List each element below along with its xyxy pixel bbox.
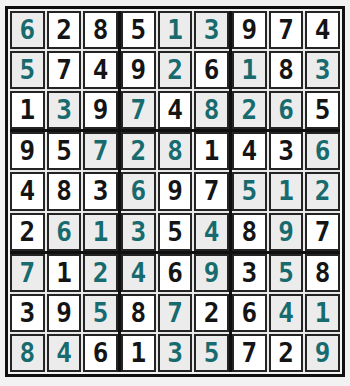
cell-r5c1-solved[interactable]: 4 [10, 172, 45, 210]
cell-r2c4-solved[interactable]: 9 [121, 51, 156, 89]
cell-r2c6-solved[interactable]: 6 [194, 51, 229, 89]
cell-r3c4-given[interactable]: 7 [121, 91, 156, 129]
cell-r9c6-given[interactable]: 5 [194, 334, 229, 372]
cell-r7c2-solved[interactable]: 1 [47, 254, 82, 292]
sudoku-grid: 6285741395139267489741832659574832612816… [10, 11, 340, 372]
cell-r6c6-given[interactable]: 4 [194, 213, 229, 251]
cell-r4c6-solved[interactable]: 1 [194, 132, 229, 170]
cell-r1c4-solved[interactable]: 5 [121, 11, 156, 49]
cell-r2c7-given[interactable]: 1 [232, 51, 267, 89]
cell-r7c8-given[interactable]: 5 [269, 254, 304, 292]
cell-r9c7-solved[interactable]: 7 [232, 334, 267, 372]
cell-r1c5-given[interactable]: 1 [158, 11, 193, 49]
cell-r3c7-given[interactable]: 2 [232, 91, 267, 129]
cell-r5c7-given[interactable]: 5 [232, 172, 267, 210]
cell-r8c3-given[interactable]: 5 [83, 294, 118, 332]
cell-r8c6-solved[interactable]: 2 [194, 294, 229, 332]
cell-r3c8-given[interactable]: 6 [269, 91, 304, 129]
cell-r5c5-solved[interactable]: 9 [158, 172, 193, 210]
sudoku-box-7: 712395846 [10, 254, 118, 372]
cell-r7c4-given[interactable]: 4 [121, 254, 156, 292]
cell-r9c9-given[interactable]: 9 [305, 334, 340, 372]
cell-r4c7-solved[interactable]: 4 [232, 132, 267, 170]
cell-r8c9-given[interactable]: 1 [305, 294, 340, 332]
cell-r5c3-solved[interactable]: 3 [83, 172, 118, 210]
cell-r4c2-solved[interactable]: 5 [47, 132, 82, 170]
cell-r8c7-solved[interactable]: 6 [232, 294, 267, 332]
cell-r6c9-solved[interactable]: 7 [305, 213, 340, 251]
cell-r5c2-solved[interactable]: 8 [47, 172, 82, 210]
cell-r7c5-solved[interactable]: 6 [158, 254, 193, 292]
cell-r3c9-solved[interactable]: 5 [305, 91, 340, 129]
sudoku-box-8: 469872135 [121, 254, 229, 372]
cell-r8c4-solved[interactable]: 8 [121, 294, 156, 332]
cell-r1c2-solved[interactable]: 2 [47, 11, 82, 49]
cell-r6c7-solved[interactable]: 8 [232, 213, 267, 251]
sudoku-box-3: 974183265 [232, 11, 340, 129]
cell-r1c1-given[interactable]: 6 [10, 11, 45, 49]
sudoku-box-6: 436512897 [232, 132, 340, 250]
cell-r7c1-given[interactable]: 7 [10, 254, 45, 292]
cell-r5c9-given[interactable]: 2 [305, 172, 340, 210]
sudoku-board: 6285741395139267489741832659574832612816… [5, 6, 345, 377]
cell-r4c9-given[interactable]: 6 [305, 132, 340, 170]
cell-r3c1-solved[interactable]: 1 [10, 91, 45, 129]
cell-r1c3-solved[interactable]: 8 [83, 11, 118, 49]
sudoku-box-1: 628574139 [10, 11, 118, 129]
cell-r7c9-solved[interactable]: 8 [305, 254, 340, 292]
sudoku-box-9: 358641729 [232, 254, 340, 372]
cell-r9c5-given[interactable]: 3 [158, 334, 193, 372]
cell-r3c3-solved[interactable]: 9 [83, 91, 118, 129]
cell-r6c4-given[interactable]: 3 [121, 213, 156, 251]
cell-r7c3-given[interactable]: 2 [83, 254, 118, 292]
cell-r4c4-given[interactable]: 2 [121, 132, 156, 170]
cell-r9c8-solved[interactable]: 2 [269, 334, 304, 372]
cell-r2c1-given[interactable]: 5 [10, 51, 45, 89]
sudoku-box-5: 281697354 [121, 132, 229, 250]
sudoku-box-2: 513926748 [121, 11, 229, 129]
cell-r9c4-solved[interactable]: 1 [121, 334, 156, 372]
cell-r2c8-solved[interactable]: 8 [269, 51, 304, 89]
cell-r8c5-given[interactable]: 7 [158, 294, 193, 332]
cell-r8c8-given[interactable]: 4 [269, 294, 304, 332]
cell-r9c2-given[interactable]: 4 [47, 334, 82, 372]
sudoku-box-4: 957483261 [10, 132, 118, 250]
cell-r7c7-solved[interactable]: 3 [232, 254, 267, 292]
cell-r4c3-given[interactable]: 7 [83, 132, 118, 170]
cell-r6c1-solved[interactable]: 2 [10, 213, 45, 251]
cell-r9c1-given[interactable]: 8 [10, 334, 45, 372]
cell-r7c6-given[interactable]: 9 [194, 254, 229, 292]
cell-r8c2-solved[interactable]: 9 [47, 294, 82, 332]
cell-r2c5-given[interactable]: 2 [158, 51, 193, 89]
cell-r6c8-given[interactable]: 9 [269, 213, 304, 251]
cell-r5c4-given[interactable]: 6 [121, 172, 156, 210]
cell-r1c7-solved[interactable]: 9 [232, 11, 267, 49]
cell-r3c2-given[interactable]: 3 [47, 91, 82, 129]
cell-r1c8-solved[interactable]: 7 [269, 11, 304, 49]
cell-r6c2-given[interactable]: 6 [47, 213, 82, 251]
cell-r3c6-given[interactable]: 8 [194, 91, 229, 129]
cell-r4c5-given[interactable]: 8 [158, 132, 193, 170]
cell-r2c9-given[interactable]: 3 [305, 51, 340, 89]
cell-r2c3-solved[interactable]: 4 [83, 51, 118, 89]
cell-r3c5-solved[interactable]: 4 [158, 91, 193, 129]
cell-r6c5-solved[interactable]: 5 [158, 213, 193, 251]
cell-r1c6-given[interactable]: 3 [194, 11, 229, 49]
cell-r1c9-solved[interactable]: 4 [305, 11, 340, 49]
cell-r4c8-solved[interactable]: 3 [269, 132, 304, 170]
cell-r8c1-solved[interactable]: 3 [10, 294, 45, 332]
cell-r2c2-solved[interactable]: 7 [47, 51, 82, 89]
cell-r4c1-solved[interactable]: 9 [10, 132, 45, 170]
cell-r9c3-solved[interactable]: 6 [83, 334, 118, 372]
cell-r5c6-solved[interactable]: 7 [194, 172, 229, 210]
cell-r5c8-given[interactable]: 1 [269, 172, 304, 210]
cell-r6c3-given[interactable]: 1 [83, 213, 118, 251]
